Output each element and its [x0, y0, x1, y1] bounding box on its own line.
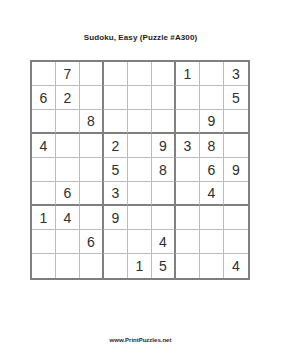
cell-r4c8[interactable]: 8	[200, 134, 224, 158]
cell-r5c3[interactable]	[80, 158, 104, 182]
cell-r4c5[interactable]	[128, 134, 152, 158]
cell-r1c2[interactable]: 7	[56, 62, 80, 86]
cell-r7c3[interactable]	[80, 206, 104, 230]
cell-r1c3[interactable]	[80, 62, 104, 86]
cell-r4c9[interactable]	[224, 134, 248, 158]
cell-r5c7[interactable]	[176, 158, 200, 182]
cell-r8c9[interactable]	[224, 230, 248, 254]
cell-r8c5[interactable]	[128, 230, 152, 254]
cell-r7c8[interactable]	[200, 206, 224, 230]
cell-r9c2[interactable]	[56, 254, 80, 278]
cell-r3c5[interactable]	[128, 110, 152, 134]
footer-url: www.PrintPuzzles.net	[0, 337, 281, 343]
cell-r2c8[interactable]	[200, 86, 224, 110]
cell-r2c1[interactable]: 6	[32, 86, 56, 110]
cell-r1c9[interactable]: 3	[224, 62, 248, 86]
cell-r9c4[interactable]	[104, 254, 128, 278]
cell-r5c1[interactable]	[32, 158, 56, 182]
cell-r2c5[interactable]	[128, 86, 152, 110]
cell-r1c5[interactable]	[128, 62, 152, 86]
cell-r2c6[interactable]	[152, 86, 176, 110]
puzzle-title: Sudoku, Easy (Puzzle #A300)	[0, 33, 281, 42]
cell-r6c1[interactable]	[32, 182, 56, 206]
cell-r3c6[interactable]	[152, 110, 176, 134]
cell-r6c6[interactable]	[152, 182, 176, 206]
cell-r5c8[interactable]: 6	[200, 158, 224, 182]
cell-r3c1[interactable]	[32, 110, 56, 134]
cell-r4c6[interactable]: 9	[152, 134, 176, 158]
cell-r7c9[interactable]	[224, 206, 248, 230]
cell-r8c8[interactable]	[200, 230, 224, 254]
cell-r3c8[interactable]: 9	[200, 110, 224, 134]
cell-r6c4[interactable]: 3	[104, 182, 128, 206]
cell-r8c3[interactable]: 6	[80, 230, 104, 254]
cell-r1c8[interactable]	[200, 62, 224, 86]
cell-r4c4[interactable]: 2	[104, 134, 128, 158]
cell-r9c5[interactable]: 1	[128, 254, 152, 278]
cell-r6c5[interactable]	[128, 182, 152, 206]
cell-r4c2[interactable]	[56, 134, 80, 158]
cell-r8c4[interactable]	[104, 230, 128, 254]
cell-r7c6[interactable]	[152, 206, 176, 230]
cell-r8c6[interactable]: 4	[152, 230, 176, 254]
cell-r3c7[interactable]	[176, 110, 200, 134]
cell-r4c1[interactable]: 4	[32, 134, 56, 158]
cell-r7c7[interactable]	[176, 206, 200, 230]
cell-r5c2[interactable]	[56, 158, 80, 182]
cell-r8c2[interactable]	[56, 230, 80, 254]
cell-r2c3[interactable]	[80, 86, 104, 110]
cell-r6c7[interactable]	[176, 182, 200, 206]
cell-r7c1[interactable]: 1	[32, 206, 56, 230]
cell-r3c3[interactable]: 8	[80, 110, 104, 134]
cell-r1c6[interactable]	[152, 62, 176, 86]
cell-r1c4[interactable]	[104, 62, 128, 86]
cell-r2c7[interactable]	[176, 86, 200, 110]
cell-r9c9[interactable]: 4	[224, 254, 248, 278]
cell-r9c1[interactable]	[32, 254, 56, 278]
cell-r7c4[interactable]: 9	[104, 206, 128, 230]
cell-r9c8[interactable]	[200, 254, 224, 278]
cell-r2c9[interactable]: 5	[224, 86, 248, 110]
cell-r6c9[interactable]	[224, 182, 248, 206]
cell-r6c2[interactable]: 6	[56, 182, 80, 206]
cell-r6c3[interactable]	[80, 182, 104, 206]
cell-r9c6[interactable]: 5	[152, 254, 176, 278]
cell-r2c2[interactable]: 2	[56, 86, 80, 110]
cell-r7c5[interactable]	[128, 206, 152, 230]
sudoku-page: Sudoku, Easy (Puzzle #A300) 713625894293…	[0, 0, 281, 363]
cell-r9c3[interactable]	[80, 254, 104, 278]
cell-r6c8[interactable]: 4	[200, 182, 224, 206]
cell-r4c3[interactable]	[80, 134, 104, 158]
cell-r5c5[interactable]	[128, 158, 152, 182]
cell-r5c4[interactable]: 5	[104, 158, 128, 182]
cell-r8c7[interactable]	[176, 230, 200, 254]
cell-r4c7[interactable]: 3	[176, 134, 200, 158]
cell-r1c1[interactable]	[32, 62, 56, 86]
cell-r1c7[interactable]: 1	[176, 62, 200, 86]
cell-r3c4[interactable]	[104, 110, 128, 134]
cell-r9c7[interactable]	[176, 254, 200, 278]
cell-r5c6[interactable]: 8	[152, 158, 176, 182]
cell-r8c1[interactable]	[32, 230, 56, 254]
cell-r2c4[interactable]	[104, 86, 128, 110]
cell-r3c2[interactable]	[56, 110, 80, 134]
cell-r3c9[interactable]	[224, 110, 248, 134]
sudoku-board: 7136258942938586963414964154	[30, 60, 250, 280]
cell-r5c9[interactable]: 9	[224, 158, 248, 182]
cell-r7c2[interactable]: 4	[56, 206, 80, 230]
